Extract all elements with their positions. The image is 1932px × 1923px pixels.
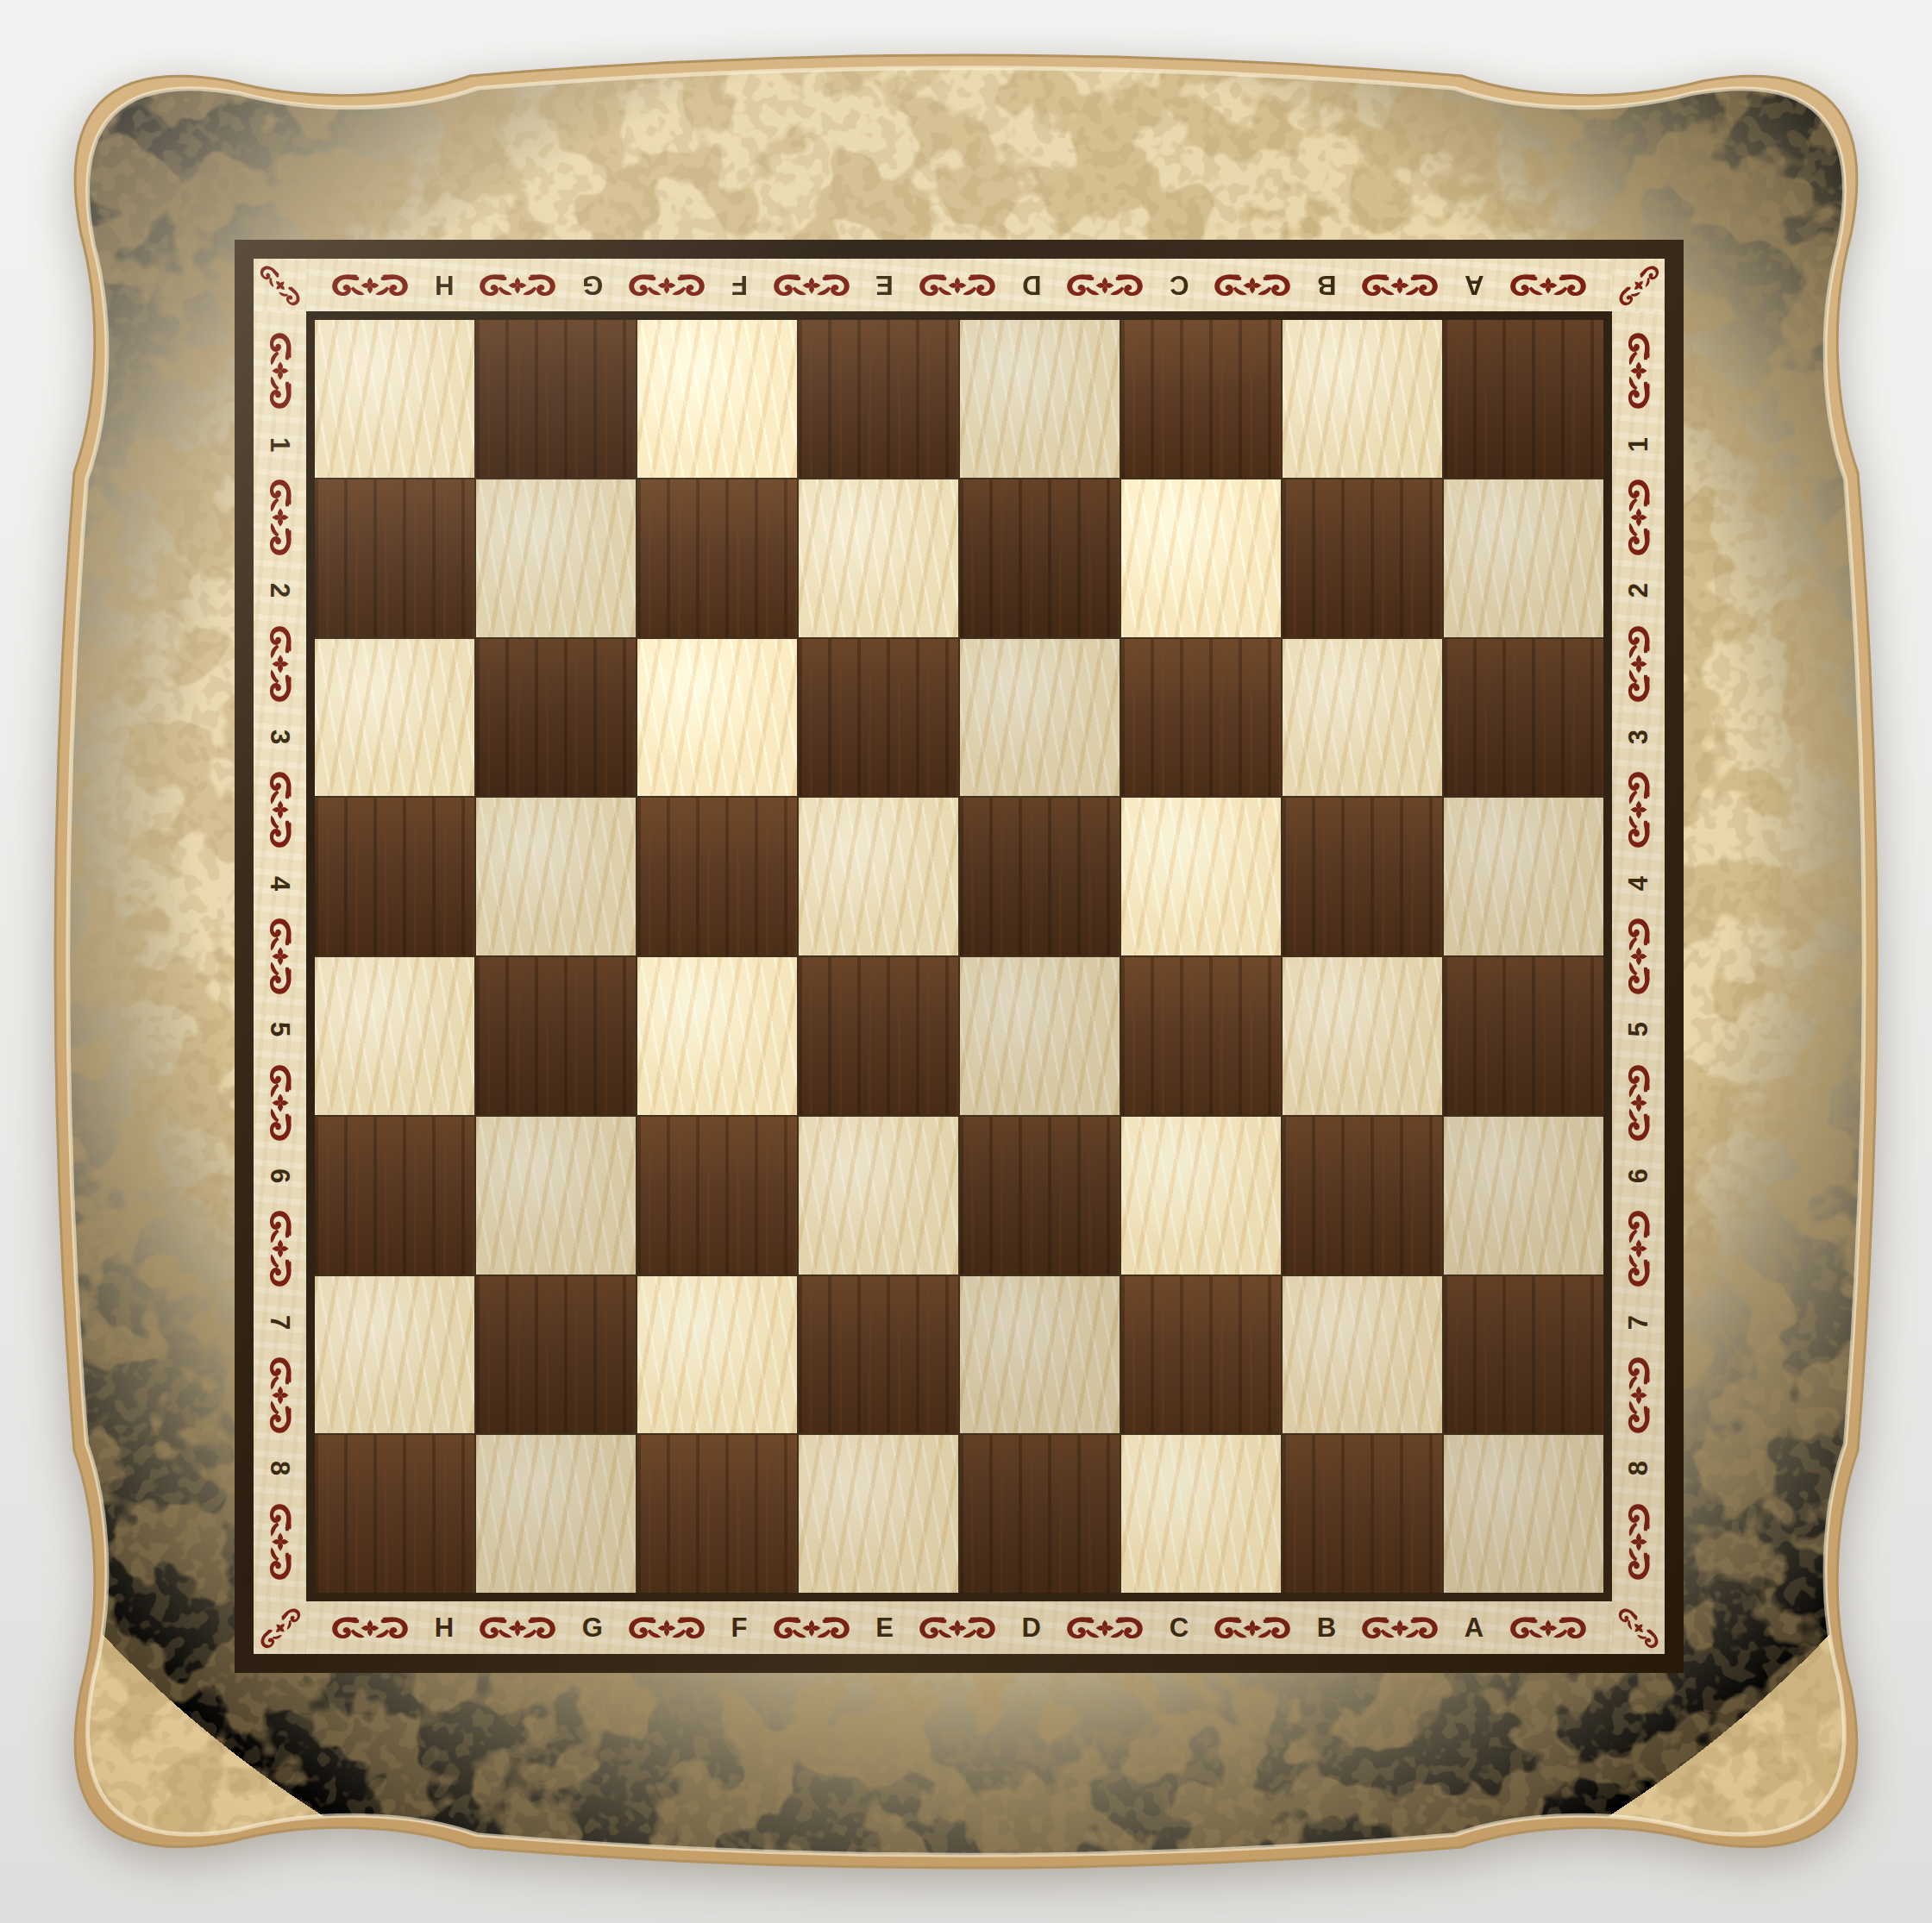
coordinate-label: 4 bbox=[1625, 876, 1652, 891]
square-c7[interactable] bbox=[1121, 1276, 1281, 1434]
coordinate-label: G bbox=[582, 1614, 603, 1641]
square-c5[interactable] bbox=[1121, 957, 1281, 1115]
square-d5[interactable] bbox=[960, 957, 1120, 1115]
scroll-ornament-inlay bbox=[476, 272, 559, 299]
scroll-ornament-inlay bbox=[267, 915, 294, 998]
square-a8[interactable] bbox=[1444, 1435, 1603, 1593]
square-b8[interactable] bbox=[1283, 1435, 1442, 1593]
scroll-ornament-inlay bbox=[476, 1614, 559, 1642]
square-e5[interactable] bbox=[799, 957, 958, 1115]
square-b7[interactable] bbox=[1283, 1276, 1442, 1434]
coordinate-label: 4 bbox=[267, 876, 293, 891]
rank-labels-right: 12345678 bbox=[1612, 311, 1665, 1601]
square-d8[interactable] bbox=[960, 1435, 1120, 1593]
square-g6[interactable] bbox=[476, 1117, 636, 1275]
scroll-ornament-inlay bbox=[770, 272, 853, 299]
coordinate-label: 7 bbox=[267, 1314, 293, 1329]
playing-field bbox=[315, 320, 1603, 1593]
scroll-ornament-inlay bbox=[1625, 329, 1653, 412]
square-d7[interactable] bbox=[960, 1276, 1120, 1434]
square-f4[interactable] bbox=[637, 798, 797, 955]
square-a1[interactable] bbox=[1444, 320, 1603, 478]
scroll-ornament-inlay bbox=[267, 1062, 294, 1144]
scroll-ornament-inlay bbox=[1358, 1614, 1441, 1642]
coordinate-label: 7 bbox=[1625, 1314, 1652, 1329]
coordinate-label: D bbox=[1022, 1614, 1041, 1641]
square-g2[interactable] bbox=[476, 479, 636, 637]
coordinate-label: A bbox=[1465, 1614, 1483, 1641]
rank-labels-left: 12345678 bbox=[254, 311, 306, 1601]
scroll-ornament-inlay bbox=[267, 1354, 294, 1437]
scroll-ornament-inlay bbox=[1507, 272, 1590, 299]
square-f6[interactable] bbox=[637, 1117, 797, 1275]
square-e7[interactable] bbox=[799, 1276, 958, 1434]
scroll-ornament-inlay bbox=[254, 259, 306, 311]
scroll-ornament-inlay bbox=[1625, 1500, 1653, 1583]
square-d1[interactable] bbox=[960, 320, 1120, 478]
square-e6[interactable] bbox=[799, 1117, 958, 1275]
square-e4[interactable] bbox=[799, 798, 958, 955]
corner-ornament-top-left bbox=[254, 259, 306, 311]
square-h4[interactable] bbox=[315, 798, 474, 955]
square-d3[interactable] bbox=[960, 639, 1120, 797]
square-g3[interactable] bbox=[476, 639, 636, 797]
coordinate-label: 8 bbox=[1625, 1461, 1652, 1475]
scroll-ornament-inlay bbox=[267, 329, 294, 412]
square-c4[interactable] bbox=[1121, 798, 1281, 955]
square-a7[interactable] bbox=[1444, 1276, 1603, 1434]
square-d4[interactable] bbox=[960, 798, 1120, 955]
coordinate-label: F bbox=[731, 272, 748, 298]
square-d6[interactable] bbox=[960, 1117, 1120, 1275]
scroll-ornament-inlay bbox=[329, 272, 411, 299]
square-c8[interactable] bbox=[1121, 1435, 1281, 1593]
scroll-ornament-inlay bbox=[1612, 1601, 1665, 1654]
square-e2[interactable] bbox=[799, 479, 958, 637]
scroll-ornament-inlay bbox=[1625, 1207, 1653, 1290]
square-f2[interactable] bbox=[637, 479, 797, 637]
coordinate-label: 3 bbox=[1625, 730, 1652, 744]
square-c1[interactable] bbox=[1121, 320, 1281, 478]
photo-backdrop: { "game": "chess", "description": "Overh… bbox=[0, 0, 1932, 1923]
square-g5[interactable] bbox=[476, 957, 636, 1115]
square-h5[interactable] bbox=[315, 957, 474, 1115]
corner-ornament-top-right bbox=[1612, 259, 1665, 311]
square-f7[interactable] bbox=[637, 1276, 797, 1434]
square-h8[interactable] bbox=[315, 1435, 474, 1593]
square-g8[interactable] bbox=[476, 1435, 636, 1593]
square-e1[interactable] bbox=[799, 320, 958, 478]
file-labels-top: HGFEDCBA bbox=[306, 259, 1612, 311]
scroll-ornament-inlay bbox=[1612, 259, 1665, 311]
square-h3[interactable] bbox=[315, 639, 474, 797]
square-f8[interactable] bbox=[637, 1435, 797, 1593]
coordinate-label: B bbox=[1317, 1614, 1336, 1641]
coordinate-label: H bbox=[435, 1614, 454, 1641]
square-d2[interactable] bbox=[960, 479, 1120, 637]
scroll-ornament-inlay bbox=[1625, 476, 1653, 559]
square-f3[interactable] bbox=[637, 639, 797, 797]
scroll-ornament-inlay bbox=[1358, 272, 1441, 299]
coordinate-label: 1 bbox=[267, 437, 293, 452]
coordinate-label: C bbox=[1170, 1614, 1189, 1641]
square-b4[interactable] bbox=[1283, 798, 1442, 955]
scroll-ornament-inlay bbox=[1063, 272, 1146, 299]
scroll-ornament-inlay bbox=[625, 1614, 708, 1642]
square-b6[interactable] bbox=[1283, 1117, 1442, 1275]
coordinate-label: G bbox=[582, 272, 603, 298]
square-a3[interactable] bbox=[1444, 639, 1603, 797]
square-c6[interactable] bbox=[1121, 1117, 1281, 1275]
square-e8[interactable] bbox=[799, 1435, 958, 1593]
scroll-ornament-inlay bbox=[916, 1614, 999, 1642]
coordinate-label: 2 bbox=[267, 583, 293, 598]
coordinate-label: 3 bbox=[267, 730, 293, 744]
coordinate-label: 2 bbox=[1625, 583, 1652, 598]
scroll-ornament-inlay bbox=[267, 623, 294, 705]
square-f1[interactable] bbox=[637, 320, 797, 478]
coordinate-label: 6 bbox=[267, 1168, 293, 1183]
corner-ornament-bottom-right bbox=[1612, 1601, 1665, 1654]
corner-ornament-bottom-left bbox=[254, 1601, 306, 1654]
square-b3[interactable] bbox=[1283, 639, 1442, 797]
square-c2[interactable] bbox=[1121, 479, 1281, 637]
board-frame: HGFEDCBA 12345678 12345678 HGFEDCBA bbox=[235, 240, 1684, 1673]
scroll-ornament-inlay bbox=[1211, 272, 1294, 299]
scroll-ornament-inlay bbox=[770, 1614, 853, 1642]
scroll-ornament-inlay bbox=[254, 1601, 306, 1654]
square-a6[interactable] bbox=[1444, 1117, 1603, 1275]
square-b2[interactable] bbox=[1283, 479, 1442, 637]
scroll-ornament-inlay bbox=[267, 768, 294, 851]
square-a4[interactable] bbox=[1444, 798, 1603, 955]
square-b5[interactable] bbox=[1283, 957, 1442, 1115]
scroll-ornament-inlay bbox=[1625, 1062, 1653, 1144]
coordinate-label: 1 bbox=[1625, 437, 1652, 452]
coordinate-label: F bbox=[731, 1614, 748, 1641]
square-c3[interactable] bbox=[1121, 639, 1281, 797]
scroll-ornament-inlay bbox=[1625, 1354, 1653, 1437]
scroll-ornament-inlay bbox=[916, 272, 999, 299]
square-g4[interactable] bbox=[476, 798, 636, 955]
square-g7[interactable] bbox=[476, 1276, 636, 1434]
scroll-ornament-inlay bbox=[1625, 623, 1653, 705]
coordinate-label: 6 bbox=[1625, 1168, 1652, 1183]
coordinate-label: A bbox=[1465, 272, 1483, 298]
square-e3[interactable] bbox=[799, 639, 958, 797]
scroll-ornament-inlay bbox=[1625, 915, 1653, 998]
coordinate-label: D bbox=[1022, 272, 1041, 298]
square-h1[interactable] bbox=[315, 320, 474, 478]
square-h7[interactable] bbox=[315, 1276, 474, 1434]
playing-field-border bbox=[306, 311, 1612, 1601]
scroll-ornament-inlay bbox=[1507, 1614, 1590, 1642]
scroll-ornament-inlay bbox=[1063, 1614, 1146, 1642]
coordinate-label: 8 bbox=[267, 1461, 293, 1475]
square-f5[interactable] bbox=[637, 957, 797, 1115]
file-labels-bottom: HGFEDCBA bbox=[306, 1601, 1612, 1654]
scroll-ornament-inlay bbox=[267, 1207, 294, 1290]
square-a2[interactable] bbox=[1444, 479, 1603, 637]
coordinate-label: 5 bbox=[267, 1022, 293, 1037]
coordinate-label: E bbox=[875, 1614, 894, 1641]
square-b1[interactable] bbox=[1283, 320, 1442, 478]
scroll-ornament-inlay bbox=[267, 476, 294, 559]
coordinate-label: H bbox=[435, 272, 454, 298]
coordinate-label: 5 bbox=[1625, 1022, 1652, 1037]
square-g1[interactable] bbox=[476, 320, 636, 478]
square-a5[interactable] bbox=[1444, 957, 1603, 1115]
square-h2[interactable] bbox=[315, 479, 474, 637]
coordinate-label: C bbox=[1170, 272, 1189, 298]
scroll-ornament-inlay bbox=[267, 1500, 294, 1583]
coordinate-label: E bbox=[875, 272, 894, 298]
scroll-ornament-inlay bbox=[625, 272, 708, 299]
square-h6[interactable] bbox=[315, 1117, 474, 1275]
coordinate-label: B bbox=[1317, 272, 1336, 298]
scroll-ornament-inlay bbox=[1211, 1614, 1294, 1642]
scroll-ornament-inlay bbox=[329, 1614, 411, 1642]
scroll-ornament-inlay bbox=[1625, 768, 1653, 851]
